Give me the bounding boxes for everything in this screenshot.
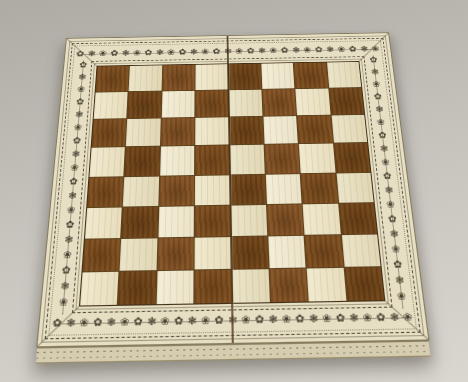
- square-h1: [344, 267, 384, 301]
- square-a1: [80, 272, 119, 306]
- square-h6: [331, 115, 367, 143]
- square-f5: [264, 144, 299, 173]
- square-h3: [339, 203, 377, 234]
- square-f6: [263, 116, 298, 144]
- square-a2: [83, 239, 121, 271]
- square-d3: [195, 205, 231, 236]
- square-c3: [158, 206, 194, 237]
- square-b8: [129, 65, 162, 91]
- square-b2: [120, 238, 157, 270]
- board-face: ✿❃❀✿❃❀✿❃❀✿❃❀✿❃❀✿❃❀✿❃❀✿❃❀✿❃❀✿❃❀✿❃❀✿❃❀ ✿❃❀…: [36, 32, 429, 347]
- photo-background: ✿❃❀✿❃❀✿❃❀✿❃❀✿❃❀✿❃❀✿❃❀✿❃❀✿❃❀✿❃❀✿❃❀✿❃❀ ✿❃❀…: [0, 0, 468, 382]
- square-g1: [307, 268, 346, 302]
- square-f1: [269, 268, 307, 302]
- square-g4: [301, 173, 338, 203]
- square-d6: [195, 118, 229, 146]
- square-c2: [157, 237, 193, 269]
- square-e5: [230, 145, 265, 174]
- square-e1: [232, 269, 270, 303]
- square-c6: [161, 118, 195, 146]
- square-h8: [327, 62, 362, 88]
- square-d7: [195, 90, 228, 117]
- square-f3: [267, 204, 304, 235]
- square-b3: [122, 207, 158, 238]
- square-a4: [87, 177, 123, 207]
- square-b5: [125, 147, 160, 176]
- square-e3: [231, 205, 267, 236]
- square-f4: [266, 174, 302, 204]
- square-b1: [118, 271, 156, 305]
- square-e8: [228, 64, 261, 90]
- square-b4: [123, 176, 159, 206]
- square-g2: [305, 235, 343, 267]
- square-g6: [297, 116, 332, 144]
- square-g3: [303, 203, 341, 234]
- square-h4: [336, 172, 373, 202]
- square-d8: [196, 64, 228, 90]
- square-h7: [329, 88, 364, 115]
- square-b7: [128, 92, 162, 119]
- square-a5: [89, 147, 125, 176]
- square-h2: [341, 234, 380, 266]
- square-c4: [159, 176, 194, 206]
- square-h5: [334, 143, 371, 172]
- square-e2: [232, 236, 269, 268]
- square-g7: [296, 89, 331, 116]
- square-c8: [162, 65, 195, 91]
- square-g8: [294, 62, 328, 88]
- square-f7: [262, 89, 296, 116]
- square-f8: [261, 63, 294, 89]
- square-a3: [85, 207, 122, 238]
- square-c7: [162, 91, 195, 118]
- square-e7: [229, 90, 262, 117]
- square-f2: [268, 236, 306, 268]
- square-a6: [92, 119, 127, 147]
- square-e6: [229, 117, 263, 145]
- square-d2: [195, 237, 231, 269]
- square-a7: [94, 92, 128, 119]
- square-d1: [195, 270, 232, 304]
- square-d5: [195, 146, 229, 175]
- square-d4: [195, 175, 230, 205]
- chess-board: ✿❃❀✿❃❀✿❃❀✿❃❀✿❃❀✿❃❀✿❃❀✿❃❀✿❃❀✿❃❀✿❃❀✿❃❀ ✿❃❀…: [35, 32, 431, 361]
- square-c1: [156, 270, 193, 304]
- square-e4: [230, 174, 265, 204]
- square-a8: [96, 66, 130, 92]
- square-b6: [126, 119, 160, 147]
- square-g5: [299, 144, 335, 173]
- square-c5: [160, 146, 194, 175]
